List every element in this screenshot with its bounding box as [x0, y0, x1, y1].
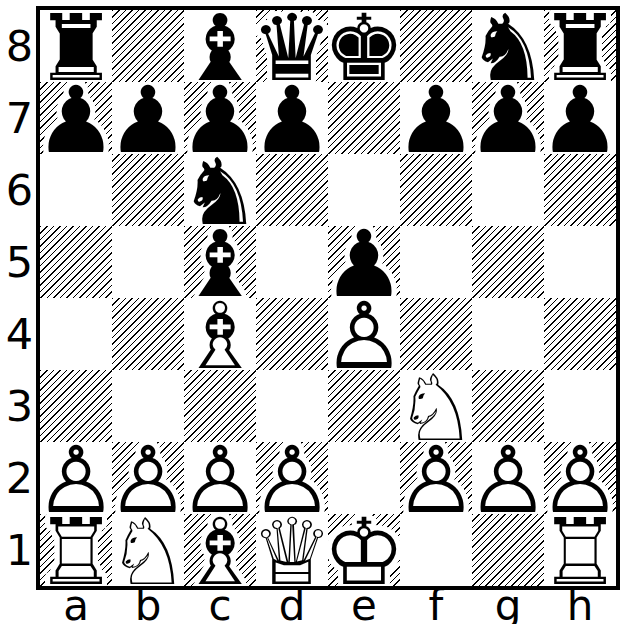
- square-e7[interactable]: [328, 82, 400, 154]
- piece-halo: ♞: [400, 373, 472, 442]
- rank-labels: 87654321: [0, 10, 33, 586]
- piece-halo: ♝: [184, 229, 256, 298]
- square-g7[interactable]: ♟♟: [472, 82, 544, 154]
- piece-black-rook[interactable]: ♜: [544, 13, 616, 82]
- square-b4[interactable]: [112, 298, 184, 370]
- square-g4[interactable]: [472, 298, 544, 370]
- piece-halo: ♟: [400, 445, 472, 514]
- piece-halo: ♜: [544, 517, 616, 586]
- square-c7[interactable]: ♟♟: [184, 82, 256, 154]
- square-c2[interactable]: ♟♙: [184, 442, 256, 514]
- rank-label-8: 8: [0, 10, 33, 82]
- square-g6[interactable]: [472, 154, 544, 226]
- square-b7[interactable]: ♟♟: [112, 82, 184, 154]
- piece-halo: ♞: [184, 157, 256, 226]
- piece-white-bishop[interactable]: ♗: [184, 517, 256, 586]
- piece-halo: ♚: [328, 517, 400, 586]
- square-a4[interactable]: [40, 298, 112, 370]
- square-f8[interactable]: [400, 10, 472, 82]
- piece-black-rook[interactable]: ♜: [40, 13, 112, 82]
- square-f1[interactable]: [400, 514, 472, 586]
- square-f2[interactable]: ♟♙: [400, 442, 472, 514]
- square-a2[interactable]: ♟♙: [40, 442, 112, 514]
- piece-halo: ♟: [256, 85, 328, 154]
- square-g2[interactable]: ♟♙: [472, 442, 544, 514]
- square-d3[interactable]: [256, 370, 328, 442]
- rank-label-3: 3: [0, 370, 33, 442]
- piece-halo: ♟: [112, 445, 184, 514]
- square-a6[interactable]: [40, 154, 112, 226]
- square-g1[interactable]: [472, 514, 544, 586]
- file-label-a: a: [40, 586, 112, 624]
- square-b1[interactable]: ♞♘: [112, 514, 184, 586]
- piece-halo: ♟: [472, 85, 544, 154]
- piece-halo: ♟: [328, 229, 400, 298]
- rank-label-7: 7: [0, 82, 33, 154]
- square-c1[interactable]: ♝♗: [184, 514, 256, 586]
- piece-white-pawn[interactable]: ♙: [328, 301, 400, 370]
- piece-white-queen[interactable]: ♕: [256, 517, 328, 586]
- rank-label-5: 5: [0, 226, 33, 298]
- square-e8[interactable]: ♚♚: [328, 10, 400, 82]
- piece-white-pawn[interactable]: ♙: [40, 445, 112, 514]
- square-b2[interactable]: ♟♙: [112, 442, 184, 514]
- square-d2[interactable]: ♟♙: [256, 442, 328, 514]
- piece-halo: ♜: [40, 517, 112, 586]
- piece-halo: ♟: [256, 445, 328, 514]
- file-label-d: d: [256, 586, 328, 624]
- piece-halo: ♛: [256, 13, 328, 82]
- square-b6[interactable]: [112, 154, 184, 226]
- piece-halo: ♞: [112, 517, 184, 586]
- square-g8[interactable]: ♞♞: [472, 10, 544, 82]
- piece-halo: ♟: [40, 445, 112, 514]
- file-label-b: b: [112, 586, 184, 624]
- rank-label-1: 1: [0, 514, 33, 586]
- square-d4[interactable]: [256, 298, 328, 370]
- square-d5[interactable]: [256, 226, 328, 298]
- piece-halo: ♛: [256, 517, 328, 586]
- piece-white-bishop[interactable]: ♗: [184, 301, 256, 370]
- square-a7[interactable]: ♟♟: [40, 82, 112, 154]
- square-h8[interactable]: ♜♜: [544, 10, 616, 82]
- square-c5[interactable]: ♝♝: [184, 226, 256, 298]
- file-label-f: f: [400, 586, 472, 624]
- square-g3[interactable]: [472, 370, 544, 442]
- piece-black-pawn[interactable]: ♟: [40, 85, 112, 154]
- piece-black-pawn[interactable]: ♟: [256, 85, 328, 154]
- square-a5[interactable]: [40, 226, 112, 298]
- piece-black-pawn[interactable]: ♟: [184, 85, 256, 154]
- piece-white-knight[interactable]: ♘: [112, 517, 184, 586]
- square-h7[interactable]: ♟♟: [544, 82, 616, 154]
- piece-halo: ♟: [544, 85, 616, 154]
- piece-black-king[interactable]: ♚: [328, 13, 400, 82]
- piece-white-pawn[interactable]: ♙: [112, 445, 184, 514]
- piece-black-bishop[interactable]: ♝: [184, 13, 256, 82]
- piece-halo: ♟: [400, 85, 472, 154]
- piece-white-rook[interactable]: ♖: [544, 517, 616, 586]
- piece-halo: ♜: [40, 13, 112, 82]
- piece-halo: ♟: [472, 445, 544, 514]
- piece-halo: ♝: [184, 517, 256, 586]
- square-h5[interactable]: [544, 226, 616, 298]
- piece-black-pawn[interactable]: ♟: [400, 85, 472, 154]
- piece-halo: ♟: [184, 85, 256, 154]
- square-g5[interactable]: [472, 226, 544, 298]
- square-h3[interactable]: [544, 370, 616, 442]
- square-e5[interactable]: ♟♟: [328, 226, 400, 298]
- square-e2[interactable]: [328, 442, 400, 514]
- square-h1[interactable]: ♜♖: [544, 514, 616, 586]
- square-b5[interactable]: [112, 226, 184, 298]
- square-c3[interactable]: [184, 370, 256, 442]
- piece-black-knight[interactable]: ♞: [184, 157, 256, 226]
- square-f7[interactable]: ♟♟: [400, 82, 472, 154]
- square-f6[interactable]: [400, 154, 472, 226]
- piece-halo: ♟: [40, 85, 112, 154]
- square-f4[interactable]: [400, 298, 472, 370]
- piece-white-pawn[interactable]: ♙: [256, 445, 328, 514]
- piece-halo: ♟: [328, 301, 400, 370]
- piece-black-queen[interactable]: ♛: [256, 13, 328, 82]
- piece-black-pawn[interactable]: ♟: [544, 85, 616, 154]
- rank-label-6: 6: [0, 154, 33, 226]
- rank-label-2: 2: [0, 442, 33, 514]
- piece-halo: ♟: [544, 445, 616, 514]
- piece-halo: ♝: [184, 13, 256, 82]
- file-labels: abcdefgh: [40, 586, 616, 624]
- chess-board: ♜♜♝♝♛♛♚♚♞♞♜♜♟♟♟♟♟♟♟♟♟♟♟♟♟♟♞♞♝♝♟♟♝♗♟♙♞♘♟♙…: [36, 6, 620, 590]
- piece-halo: ♟: [112, 85, 184, 154]
- piece-white-pawn[interactable]: ♙: [184, 445, 256, 514]
- square-e1[interactable]: ♚♔: [328, 514, 400, 586]
- rank-label-4: 4: [0, 298, 33, 370]
- square-h6[interactable]: [544, 154, 616, 226]
- square-c4[interactable]: ♝♗: [184, 298, 256, 370]
- square-b3[interactable]: [112, 370, 184, 442]
- square-f5[interactable]: [400, 226, 472, 298]
- piece-black-pawn[interactable]: ♟: [328, 229, 400, 298]
- piece-white-knight[interactable]: ♘: [400, 373, 472, 442]
- piece-white-rook[interactable]: ♖: [40, 517, 112, 586]
- square-h2[interactable]: ♟♙: [544, 442, 616, 514]
- piece-black-pawn[interactable]: ♟: [112, 85, 184, 154]
- square-c8[interactable]: ♝♝: [184, 10, 256, 82]
- file-label-c: c: [184, 586, 256, 624]
- chess-diagram: 87654321 ♜♜♝♝♛♛♚♚♞♞♜♜♟♟♟♟♟♟♟♟♟♟♟♟♟♟♞♞♝♝♟…: [0, 0, 624, 624]
- square-a8[interactable]: ♜♜: [40, 10, 112, 82]
- piece-white-pawn[interactable]: ♙: [400, 445, 472, 514]
- square-h4[interactable]: [544, 298, 616, 370]
- piece-halo: ♝: [184, 301, 256, 370]
- piece-black-knight[interactable]: ♞: [472, 13, 544, 82]
- square-d6[interactable]: [256, 154, 328, 226]
- piece-halo: ♟: [184, 445, 256, 514]
- square-c6[interactable]: ♞♞: [184, 154, 256, 226]
- piece-white-king[interactable]: ♔: [328, 517, 400, 586]
- square-a1[interactable]: ♜♖: [40, 514, 112, 586]
- piece-halo: ♚: [328, 13, 400, 82]
- square-d8[interactable]: ♛♛: [256, 10, 328, 82]
- piece-halo: ♜: [544, 13, 616, 82]
- piece-white-pawn[interactable]: ♙: [544, 445, 616, 514]
- piece-white-pawn[interactable]: ♙: [472, 445, 544, 514]
- square-f3[interactable]: ♞♘: [400, 370, 472, 442]
- piece-black-bishop[interactable]: ♝: [184, 229, 256, 298]
- piece-black-pawn[interactable]: ♟: [472, 85, 544, 154]
- square-d7[interactable]: ♟♟: [256, 82, 328, 154]
- file-label-g: g: [472, 586, 544, 624]
- square-a3[interactable]: [40, 370, 112, 442]
- file-label-h: h: [544, 586, 616, 624]
- square-d1[interactable]: ♛♕: [256, 514, 328, 586]
- square-e6[interactable]: [328, 154, 400, 226]
- square-b8[interactable]: [112, 10, 184, 82]
- square-e4[interactable]: ♟♙: [328, 298, 400, 370]
- file-label-e: e: [328, 586, 400, 624]
- piece-halo: ♞: [472, 13, 544, 82]
- square-e3[interactable]: [328, 370, 400, 442]
